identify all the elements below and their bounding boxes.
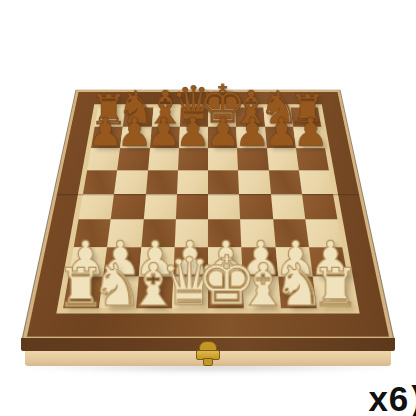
- brass-latch-tongue: [203, 358, 213, 366]
- brass-latch: [195, 341, 221, 363]
- square-e7: ♟: [208, 127, 237, 148]
- board-frame: ♜♞♝♛♚♝♞♜♟♟♟♟♟♟♟♟♟♟♟♟♟♟♟♟♜♞♝♛♚♝♞♜: [23, 90, 394, 340]
- square-h7: ♟: [293, 127, 325, 148]
- piece-black-pawn: ♟: [293, 113, 328, 153]
- quantity-badge: x6): [368, 379, 416, 416]
- product-photo: ♜♞♝♛♚♝♞♜♟♟♟♟♟♟♟♟♟♟♟♟♟♟♟♟♜♞♝♛♚♝♞♜ x6): [0, 0, 416, 416]
- square-d5: [177, 170, 208, 194]
- square-a4: [79, 194, 115, 220]
- square-b5: [114, 170, 147, 194]
- square-d7: ♟: [179, 127, 208, 148]
- square-h1: ♜: [313, 276, 353, 308]
- square-h4: [302, 194, 338, 220]
- square-e4: [208, 194, 240, 220]
- piece-white-rook: ♜: [312, 261, 360, 315]
- square-f5: [238, 170, 270, 194]
- square-c5: [146, 170, 178, 194]
- chess-board: ♜♞♝♛♚♝♞♜♟♟♟♟♟♟♟♟♟♟♟♟♟♟♟♟♜♞♝♛♚♝♞♜: [63, 107, 353, 308]
- square-b4: [111, 194, 146, 220]
- square-g7: ♟: [265, 127, 296, 148]
- square-d4: [176, 194, 208, 220]
- quantity-text: x6: [368, 379, 409, 416]
- quantity-suffix: ): [411, 379, 416, 416]
- square-g5: [268, 170, 301, 194]
- square-f7: ♟: [236, 127, 266, 148]
- square-h5: [299, 170, 333, 194]
- board-inner-border: ♜♞♝♛♚♝♞♜♟♟♟♟♟♟♟♟♟♟♟♟♟♟♟♟♜♞♝♛♚♝♞♜: [56, 104, 359, 313]
- square-f4: [239, 194, 272, 220]
- square-c4: [143, 194, 176, 220]
- square-a5: [83, 170, 117, 194]
- chess-board-3d: ♜♞♝♛♚♝♞♜♟♟♟♟♟♟♟♟♟♟♟♟♟♟♟♟♜♞♝♛♚♝♞♜: [23, 90, 394, 340]
- square-e5: [208, 170, 239, 194]
- square-g4: [271, 194, 306, 220]
